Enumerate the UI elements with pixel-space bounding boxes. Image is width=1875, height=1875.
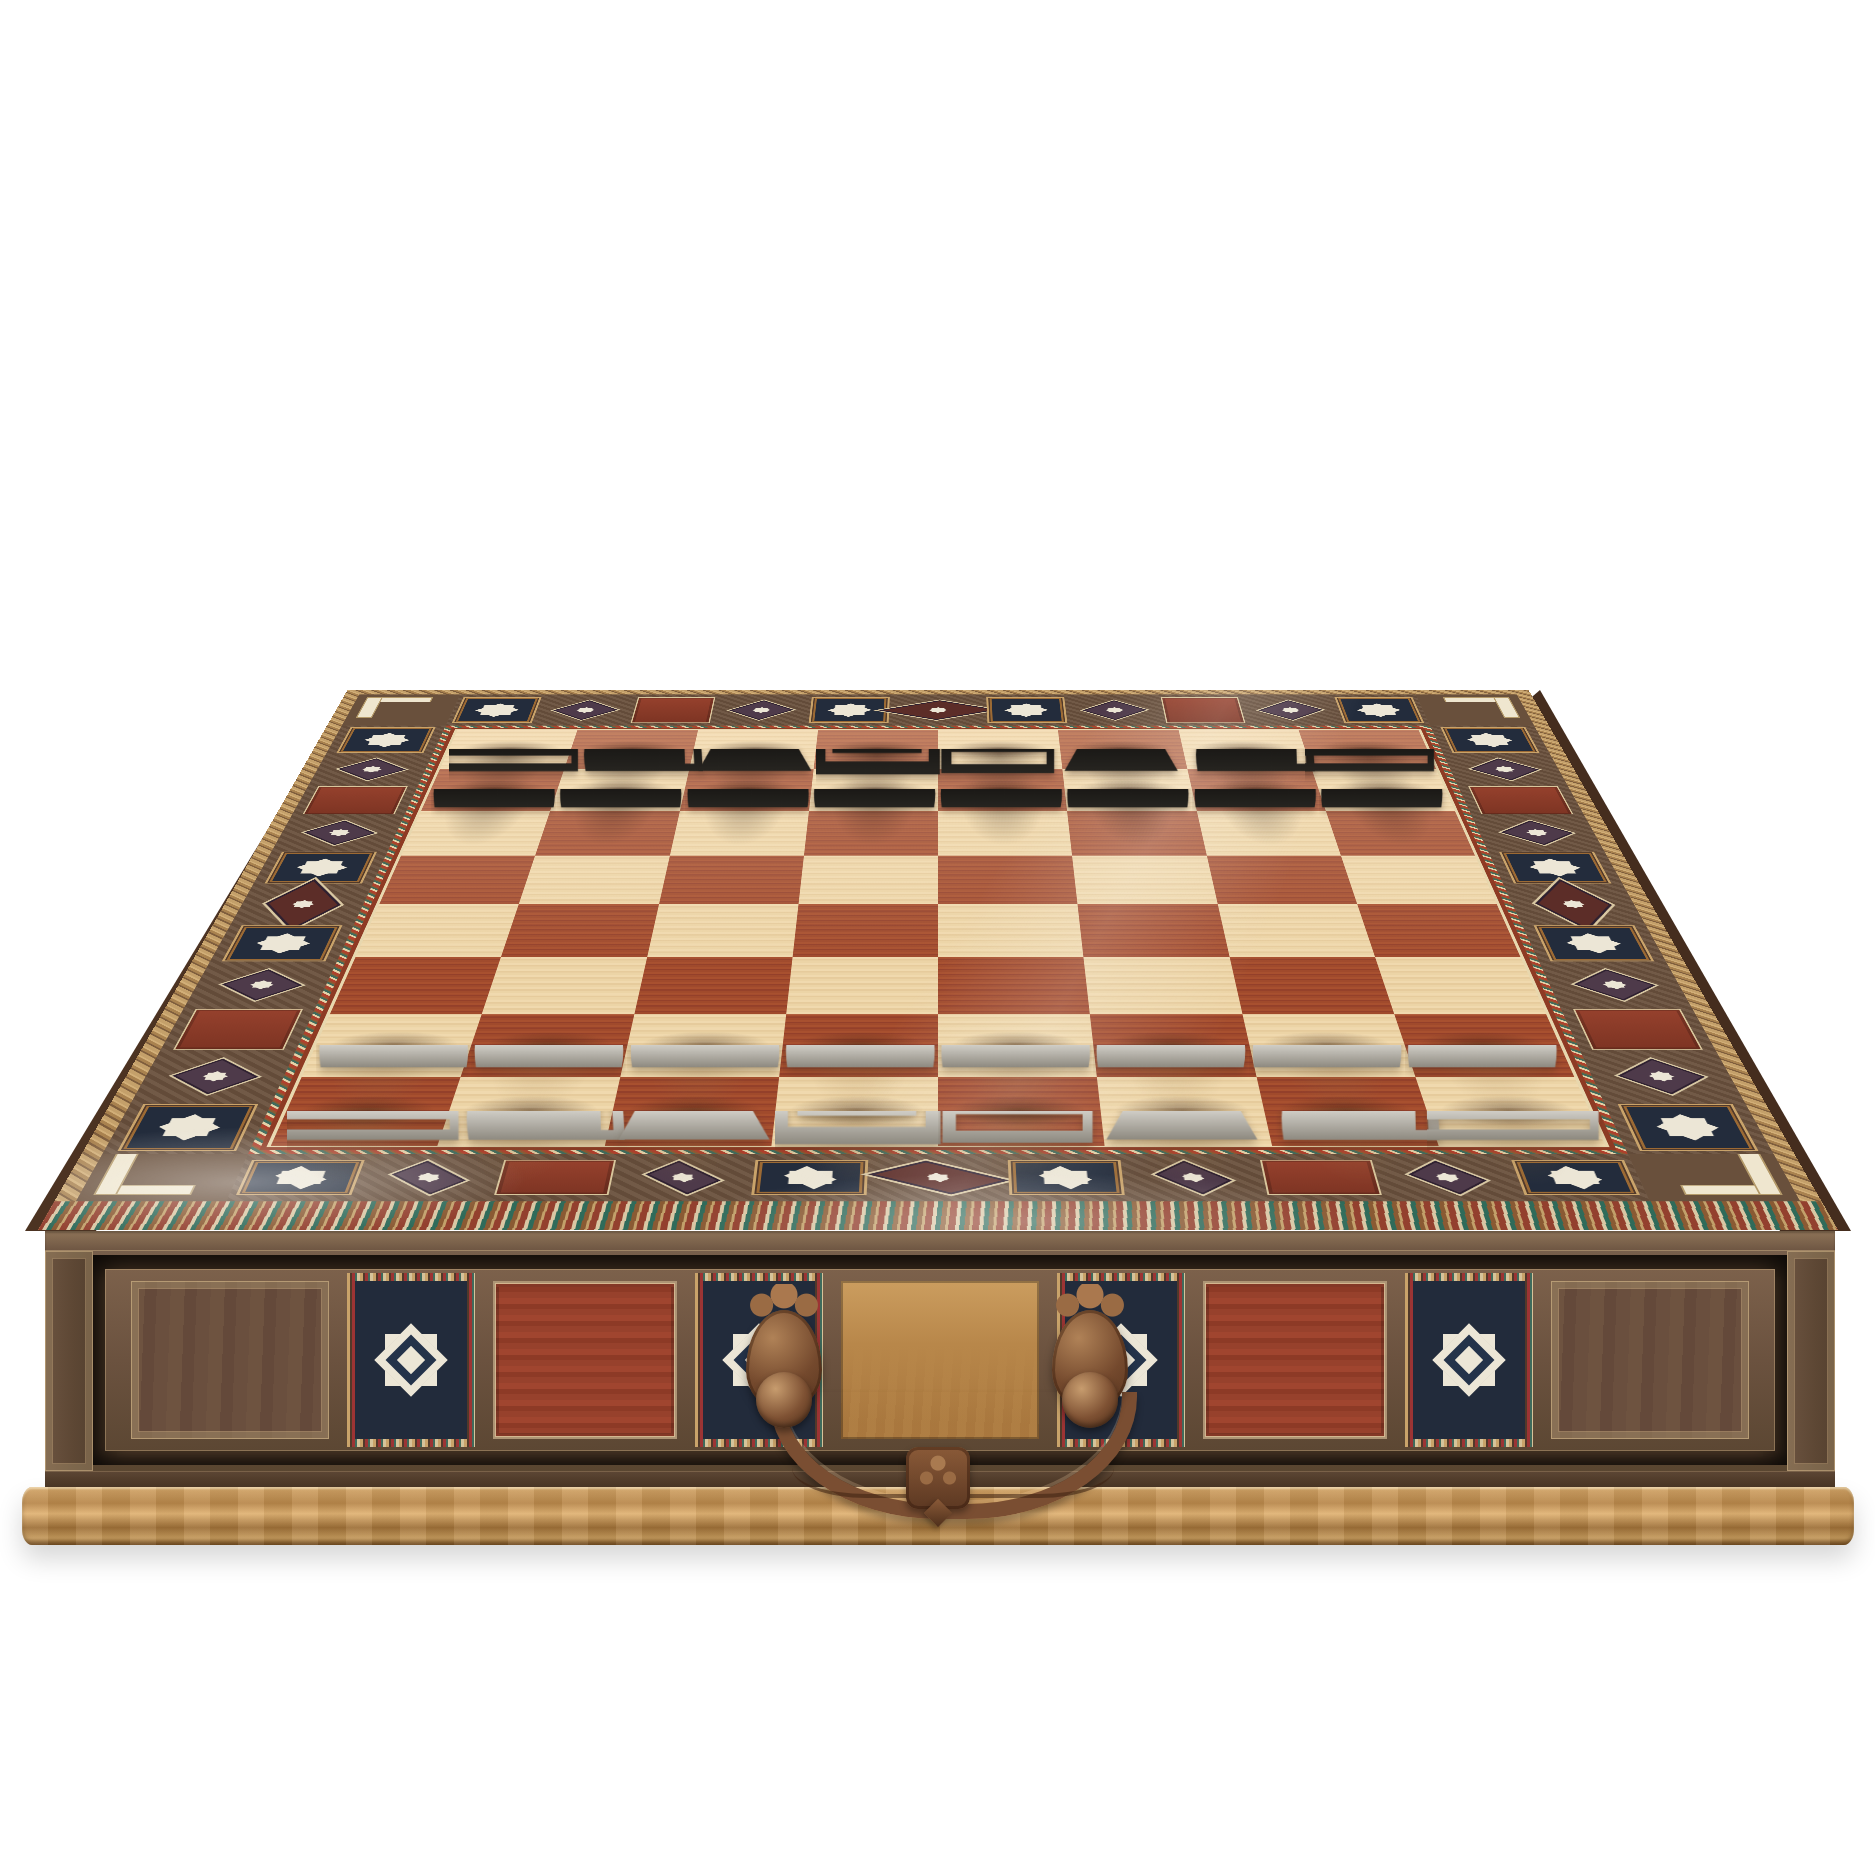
border-corner-near-right [1628, 1154, 1800, 1201]
border-motif-diamond [320, 756, 422, 783]
square-d4[interactable] [938, 855, 1078, 904]
square-c2[interactable] [1063, 769, 1197, 811]
square-b4[interactable] [1206, 855, 1357, 904]
square-g8[interactable] [438, 1077, 620, 1146]
square-a8[interactable] [1415, 1077, 1605, 1146]
square-b5[interactable] [1217, 904, 1374, 957]
square-g1[interactable] [564, 730, 697, 769]
square-e7[interactable] [779, 1014, 938, 1077]
square-d5[interactable] [938, 904, 1084, 957]
square-f5[interactable] [647, 904, 799, 957]
border-motif-diamond [1454, 756, 1556, 783]
border-motif-eye [880, 1160, 995, 1195]
border-motif-star [236, 1160, 365, 1195]
square-f4[interactable] [659, 855, 804, 904]
border-motif-star [986, 697, 1067, 723]
square-c6[interactable] [1084, 957, 1242, 1014]
border-motif-star [1618, 1104, 1759, 1151]
border-motif-star [452, 697, 542, 723]
border-motif-diamond [1553, 966, 1678, 1004]
square-b3[interactable] [1196, 811, 1340, 856]
square-f8[interactable] [604, 1077, 779, 1146]
square-a1[interactable] [1298, 730, 1436, 769]
border-motif-red [1259, 1160, 1382, 1195]
border-motif-diamond [541, 697, 628, 723]
square-h2[interactable] [421, 769, 564, 811]
square-h6[interactable] [330, 957, 501, 1014]
square-a5[interactable] [1357, 904, 1520, 957]
border-motif-diamond [1483, 818, 1592, 848]
border-motif-red [630, 697, 715, 723]
square-f2[interactable] [680, 769, 814, 811]
border-motif-red [1160, 697, 1245, 723]
square-e2[interactable] [809, 769, 938, 811]
border-motif-star [265, 852, 377, 884]
square-a3[interactable] [1326, 811, 1475, 856]
border-motif-diamond [1134, 1160, 1254, 1195]
border-motif-red [1573, 1009, 1703, 1050]
square-b7[interactable] [1242, 1014, 1415, 1077]
square-f6[interactable] [634, 957, 792, 1014]
mosaic-border-near [226, 1154, 1649, 1201]
border-motif-star [337, 727, 436, 752]
square-g4[interactable] [519, 855, 670, 904]
near-edge-fringe-band [38, 1201, 1838, 1230]
border-motif-diamond [1073, 697, 1156, 723]
border-motif-diamond [284, 818, 393, 848]
border-motif-diamond [1247, 697, 1334, 723]
border-motif-diamond [198, 966, 323, 1004]
board-top: ♜♞♝♚♛♝♞♜♟♟♟♟♟♟♟♟♟♟♟♟♟♟♟♟♜♞♝♚♛♝♞♜ [38, 690, 1838, 1230]
square-h5[interactable] [356, 904, 519, 957]
square-d2[interactable] [938, 769, 1067, 811]
square-d1[interactable] [938, 730, 1063, 769]
border-motif-diamond [1595, 1055, 1730, 1099]
square-d6[interactable] [938, 957, 1090, 1014]
square-b8[interactable] [1256, 1077, 1438, 1146]
square-g3[interactable] [535, 811, 679, 856]
border-motif-star [1008, 1160, 1125, 1195]
border-motif-star [1511, 1160, 1640, 1195]
square-e3[interactable] [804, 811, 938, 856]
playing-field-frame [248, 726, 1628, 1154]
square-b1[interactable] [1178, 730, 1311, 769]
square-f3[interactable] [670, 811, 809, 856]
border-corner-near-left [76, 1154, 248, 1201]
square-e5[interactable] [792, 904, 938, 957]
border-motif-eye [1516, 887, 1632, 921]
square-c7[interactable] [1090, 1014, 1256, 1077]
border-motif-red [1468, 786, 1573, 814]
square-h4[interactable] [379, 855, 535, 904]
square-e6[interactable] [786, 957, 938, 1014]
square-g5[interactable] [501, 904, 658, 957]
border-motif-star [1335, 697, 1425, 723]
square-e1[interactable] [813, 730, 938, 769]
square-e4[interactable] [798, 855, 938, 904]
square-a6[interactable] [1375, 957, 1546, 1014]
square-c3[interactable] [1067, 811, 1206, 856]
border-motif-star [1534, 925, 1655, 961]
square-c1[interactable] [1058, 730, 1187, 769]
square-a2[interactable] [1312, 769, 1455, 811]
square-e8[interactable] [771, 1077, 938, 1146]
square-h8[interactable] [271, 1077, 461, 1146]
border-motif-star [222, 925, 343, 961]
border-motif-diamond [146, 1055, 281, 1099]
square-c4[interactable] [1072, 855, 1217, 904]
border-motif-diamond [365, 1160, 491, 1195]
square-d7[interactable] [938, 1014, 1097, 1077]
border-motif-star [117, 1104, 258, 1151]
square-c5[interactable] [1078, 904, 1230, 957]
square-g7[interactable] [461, 1014, 634, 1077]
product-photo-stage: ♜♞♝♚♛♝♞♜♟♟♟♟♟♟♟♟♟♟♟♟♟♟♟♟♜♞♝♚♛♝♞♜ [0, 0, 1875, 1875]
square-b6[interactable] [1229, 957, 1394, 1014]
border-motif-eye [898, 697, 978, 723]
border-motif-red [173, 1009, 303, 1050]
square-c8[interactable] [1097, 1077, 1272, 1146]
square-h3[interactable] [401, 811, 550, 856]
square-f7[interactable] [620, 1014, 786, 1077]
square-f1[interactable] [689, 730, 818, 769]
border-motif-eye [244, 887, 360, 921]
mosaic-border-far [446, 695, 1431, 726]
border-motif-star [1440, 727, 1539, 752]
board-scene: ♜♞♝♚♛♝♞♜♟♟♟♟♟♟♟♟♟♟♟♟♟♟♟♟♜♞♝♚♛♝♞♜ [0, 0, 1875, 1875]
square-h7[interactable] [302, 1014, 482, 1077]
border-motif-star [751, 1160, 868, 1195]
square-g2[interactable] [550, 769, 689, 811]
square-h1[interactable] [440, 730, 578, 769]
border-motif-diamond [720, 697, 803, 723]
square-d3[interactable] [938, 811, 1072, 856]
square-d8[interactable] [938, 1077, 1105, 1146]
border-motif-diamond [623, 1160, 743, 1195]
square-g6[interactable] [482, 957, 647, 1014]
border-motif-red [303, 786, 408, 814]
border-motif-red [494, 1160, 617, 1195]
board-squares [271, 730, 1605, 1146]
border-motif-diamond [1385, 1160, 1511, 1195]
square-a4[interactable] [1341, 855, 1497, 904]
square-a7[interactable] [1394, 1014, 1574, 1077]
square-b2[interactable] [1187, 769, 1326, 811]
